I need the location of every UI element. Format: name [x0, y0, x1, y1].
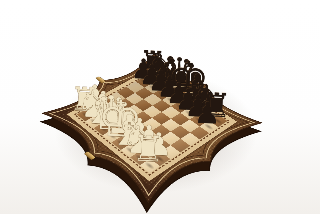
piece-black-pawn-h7[interactable]: ♟ — [180, 97, 235, 129]
chess-board: ♜♞♝♛♚♝♞♜♟♟♟♟♟♟♟♟♟♟♟♟♟♟♟♟♜♞♝♛♚♝♞♜ — [0, 25, 318, 214]
photo-scene: ♜♞♝♛♚♝♞♜♟♟♟♟♟♟♟♟♟♟♟♟♟♟♟♟♜♞♝♛♚♝♞♜ — [0, 0, 320, 214]
piece-white-rook-h1[interactable]: ♜ — [118, 130, 178, 168]
